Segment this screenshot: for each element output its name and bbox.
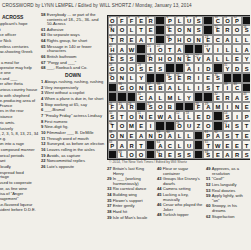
grid-cell[interactable]: 46R [127, 102, 137, 112]
grid-cell[interactable]: 9S [194, 16, 204, 26]
grid-cell[interactable]: L [127, 73, 137, 83]
grid-cell[interactable]: R [127, 140, 137, 150]
clue-text: Hem and ___ [0, 76, 17, 81]
grid-cell[interactable]: 18P [165, 35, 175, 45]
grid-cell[interactable]: 60A [165, 131, 175, 141]
grid-cell[interactable]: E [213, 150, 223, 160]
clue-text: Nine-digit fig. [44, 124, 68, 129]
cell-number: 22 [157, 45, 160, 48]
grid-cell[interactable]: A [136, 131, 146, 141]
grid-cell[interactable]: E [146, 63, 156, 73]
clue-text: Pokes in the rear [0, 108, 24, 113]
clue-text: First numero [44, 119, 67, 124]
grid-cell[interactable]: 61P [203, 131, 213, 141]
cell-number: 33 [166, 74, 169, 77]
grid-cell[interactable]: S [127, 54, 137, 64]
cell-letter: A [225, 152, 229, 158]
grid-cell[interactable]: L [184, 83, 194, 93]
grid-cell[interactable]: 4E [136, 16, 146, 26]
grid-cell[interactable]: 1O [108, 16, 118, 26]
grid-cell[interactable]: S [175, 150, 185, 160]
cell-number: 15 [214, 26, 217, 29]
black-cell [155, 25, 165, 35]
grid-cell[interactable]: O [136, 150, 146, 160]
cell-letter: Y [187, 95, 191, 101]
grid-cell[interactable]: T [136, 140, 146, 150]
cell-number: 6 [166, 16, 168, 19]
clue-text: Very inexpensively [44, 85, 78, 90]
grid-cell[interactable]: M [165, 92, 175, 102]
grid-cell[interactable]: 52L [175, 111, 185, 121]
grid-cell[interactable]: I [194, 63, 204, 73]
grid-cell[interactable]: P [242, 111, 250, 121]
cell-number: 34 [176, 74, 179, 77]
cell-letter: N [139, 85, 143, 91]
grid-cell[interactable]: O [127, 150, 137, 160]
grid-cell[interactable]: 11O [223, 16, 233, 26]
clue-item: 29 In ___ (working harmoniously) [107, 177, 154, 186]
cell-letter: L [158, 95, 162, 101]
grid-cell[interactable]: 67B [155, 150, 165, 160]
cell-letter: O [129, 85, 134, 91]
grid-cell[interactable]: S [242, 63, 250, 73]
grid-cell[interactable]: 48F [194, 102, 204, 112]
grid-cell[interactable]: I [194, 83, 204, 93]
grid-cell[interactable]: S [242, 150, 250, 160]
grid-cell[interactable]: L [223, 44, 233, 54]
black-cell [155, 35, 165, 45]
grid-cell[interactable]: 16S [242, 25, 250, 35]
grid-cell[interactable]: L [232, 44, 242, 54]
grid-cell[interactable]: Z [194, 121, 204, 131]
grid-cell[interactable]: 15E [213, 25, 223, 35]
cell-letter: L [178, 85, 182, 91]
cell-number: 16 [243, 26, 246, 29]
across-heading: ACROSS [0, 15, 39, 21]
grid-cell[interactable]: 68S [203, 150, 213, 160]
grid-cell[interactable]: L [175, 92, 185, 102]
second-clues-column: 58 Everybody … or part of the contents o… [41, 13, 105, 171]
cell-letter: O [168, 56, 173, 62]
cell-letter: A [149, 95, 153, 101]
cell-number: 42 [214, 93, 217, 96]
black-cell [213, 121, 223, 131]
grid-cell[interactable]: L [242, 35, 250, 45]
grid-cell[interactable]: S [184, 150, 194, 160]
cell-letter: N [120, 133, 124, 139]
cell-letter: A [225, 37, 229, 43]
grid-cell[interactable]: 32O [108, 73, 118, 83]
grid-cell[interactable]: 62A [213, 131, 223, 141]
grid-cell[interactable]: S [223, 131, 233, 141]
down-clues-column-4: 49 Approves, as a resolution51 "Cool!"52… [206, 167, 250, 220]
grid-cell[interactable]: A [175, 44, 185, 54]
grid-cell[interactable]: O [117, 25, 127, 35]
grid-cell[interactable]: L [213, 54, 223, 64]
grid-cell[interactable]: 56O [175, 121, 185, 131]
across-clue-list-end: 58 Everybody … or part of the contents o… [41, 13, 105, 71]
cell-letter: M [215, 104, 220, 110]
grid-cell[interactable]: D [203, 63, 213, 73]
grid-cell[interactable]: 29S [136, 63, 146, 73]
cell-number: 17 [109, 36, 112, 39]
clue-text: In ___ (working harmoniously) [113, 176, 141, 186]
grid-cell[interactable]: 45A [117, 102, 127, 112]
clue-text: Britain's last King Henry [113, 166, 144, 176]
grid-cell[interactable]: H [175, 35, 185, 45]
cell-letter: N [187, 27, 191, 33]
grid-cell[interactable]: A [242, 44, 250, 54]
grid-cell[interactable]: 28G [108, 63, 118, 73]
grid-cell[interactable]: 38B [155, 83, 165, 93]
clue-text: Lies languidly [212, 182, 237, 187]
grid-cell[interactable]: A [117, 140, 127, 150]
grid-cell[interactable]: Y [242, 54, 250, 64]
grid-cell[interactable]: T [117, 111, 127, 121]
grid-cell[interactable]: 2F [117, 16, 127, 26]
grid-cell[interactable]: 26E [184, 54, 194, 64]
grid-cell[interactable]: 30A [184, 63, 194, 73]
grid-cell[interactable]: L [175, 83, 185, 93]
grid-cell[interactable]: 10C [213, 16, 223, 26]
grid-cell[interactable]: 51N [136, 111, 146, 121]
grid-cell[interactable]: 24E [108, 54, 118, 64]
grid-cell[interactable]: 23V [203, 44, 213, 54]
grid-cell[interactable]: S [117, 54, 127, 64]
cell-number: 2 [118, 16, 120, 19]
grid-cell[interactable]: A [223, 150, 233, 160]
cell-letter: M [129, 123, 134, 129]
grid-cell[interactable]: A [146, 92, 156, 102]
grid-cell[interactable]: 42E [213, 92, 223, 102]
grid-cell[interactable]: L [127, 25, 137, 35]
grid-cell[interactable]: U [184, 121, 194, 131]
cell-letter: C [216, 37, 220, 43]
grid-cell[interactable]: 8U [184, 16, 194, 26]
cell-letter: E [139, 123, 143, 129]
cell-number: 53 [186, 112, 189, 115]
cell-letter: A [235, 95, 239, 101]
cell-letter: S [158, 66, 162, 72]
cell-letter: O [120, 27, 125, 33]
grid-cell[interactable]: S [194, 25, 204, 35]
grid-cell[interactable]: 37E [146, 83, 156, 93]
grid-cell[interactable]: E [146, 111, 156, 121]
clue-text: Lacking a key, musically [163, 192, 189, 202]
grid-cell[interactable]: 63P [108, 140, 118, 150]
grid-cell[interactable]: O [203, 121, 213, 131]
grid-cell[interactable]: D [203, 111, 213, 121]
grid-cell[interactable]: R [223, 92, 233, 102]
grid-cell[interactable]: O [165, 54, 175, 64]
black-cell [117, 92, 127, 102]
grid-cell[interactable]: 7L [175, 16, 185, 26]
grid-cell[interactable]: W [213, 140, 223, 150]
clue-item: 15 Arrow-shooting Greek god [0, 50, 39, 59]
grid-cell[interactable]: R [232, 150, 242, 160]
cell-number: 27 [195, 55, 198, 58]
grid-cell[interactable]: S [232, 121, 242, 131]
grid-cell[interactable]: M [213, 102, 223, 112]
black-cell [203, 25, 213, 35]
grid-cell[interactable]: B [165, 102, 175, 112]
grid-cell[interactable]: 65T [203, 140, 213, 150]
clue-text: Asset [0, 27, 1, 32]
cell-number: 12 [234, 16, 237, 19]
grid-cell[interactable]: A [165, 83, 175, 93]
grid-cell[interactable]: I [213, 44, 223, 54]
grid-cell[interactable]: O [117, 121, 127, 131]
grid-cell[interactable]: N [117, 73, 127, 83]
grid-cell[interactable]: S [155, 63, 165, 73]
grid-cell[interactable]: E [136, 121, 146, 131]
grid-cell[interactable]: 43S [242, 92, 250, 102]
grid-cell[interactable]: T [232, 131, 242, 141]
grid-cell[interactable]: Y [136, 73, 146, 83]
grid-cell[interactable]: 33S [165, 73, 175, 83]
grid-cell[interactable]: N [232, 102, 242, 112]
cell-letter: N [197, 37, 201, 43]
grid-cell[interactable]: N [194, 35, 204, 45]
grid-cell[interactable]: E [242, 102, 250, 112]
grid-cell[interactable]: N [175, 54, 185, 64]
grid-cell[interactable]: L [184, 131, 194, 141]
black-cell [136, 44, 146, 54]
grid-cell[interactable]: 58O [108, 131, 118, 141]
grid-cell[interactable]: E [242, 131, 250, 141]
grid-cell[interactable]: E [127, 131, 137, 141]
grid-cell[interactable]: O [127, 63, 137, 73]
grid-cell[interactable]: Y [184, 92, 194, 102]
grid-cell[interactable]: E [223, 140, 233, 150]
grid-cell[interactable]: 19E [203, 35, 213, 45]
grid-cell[interactable]: 55T [108, 121, 118, 131]
cell-number: 29 [138, 64, 141, 67]
grid-cell[interactable]: E [165, 150, 175, 160]
grid-cell[interactable]: T [242, 140, 250, 150]
cell-letter: E [149, 114, 153, 120]
grid-cell[interactable]: 17T [108, 35, 118, 45]
black-cell [194, 140, 204, 150]
grid-cell[interactable]: T [242, 121, 250, 131]
grid-cell[interactable]: 36G [117, 83, 127, 93]
cell-number: 47 [147, 103, 150, 106]
grid-cell[interactable]: 3F [127, 16, 137, 26]
grid-cell[interactable]: R [117, 35, 127, 45]
cell-letter: L [235, 47, 239, 53]
cell-number: 66 [118, 151, 121, 154]
cell-letter: Y [139, 75, 143, 81]
grid-cell[interactable]: E [146, 25, 156, 35]
grid-cell[interactable]: R [223, 25, 233, 35]
grid-cell[interactable]: I [232, 111, 242, 121]
cell-letter: O [158, 104, 163, 110]
grid-cell[interactable]: L [155, 92, 165, 102]
grid-cell[interactable]: 27V [194, 54, 204, 64]
cell-letter: W [129, 47, 134, 53]
grid-cell[interactable]: E [127, 35, 137, 45]
grid-cell[interactable]: U [184, 140, 194, 150]
grid-cell[interactable]: 25R [146, 54, 156, 64]
cell-letter: L [226, 56, 230, 62]
grid-cell[interactable]: R [184, 73, 194, 83]
cell-letter: C [168, 143, 172, 149]
clue-text: Stop working at 65, say [44, 102, 87, 107]
cell-letter: O [129, 152, 134, 158]
clue-text: Marisa of "Anger Management" [0, 191, 23, 201]
clue-text: Went without a copilot [44, 90, 84, 95]
clue-text: An operator may help place one [0, 65, 32, 75]
grid-cell[interactable]: A [165, 111, 175, 121]
clue-item: 68 ___, Roebuck and Co. [41, 66, 105, 71]
grid-cell[interactable]: O [127, 83, 137, 93]
grid-cell[interactable]: E [203, 73, 213, 83]
grid-cell[interactable]: I [223, 102, 233, 112]
grid-cell[interactable]: O [117, 63, 127, 73]
clue-item: 18 An operator may help place one [0, 66, 39, 75]
grid-cell[interactable]: O [155, 102, 165, 112]
grid-cell[interactable]: 49A [203, 102, 213, 112]
cell-letter: L [235, 37, 239, 43]
cell-letter: S [130, 56, 134, 62]
cell-letter: A [139, 133, 143, 139]
grid-cell[interactable]: 47S [146, 102, 156, 112]
grid-cell[interactable]: 39I [223, 83, 233, 93]
grid-cell[interactable]: I [146, 121, 156, 131]
grid-cell[interactable]: C [165, 140, 175, 150]
cell-letter: A [206, 56, 210, 62]
black-cell [242, 83, 250, 93]
grid-cell[interactable]: T [136, 25, 146, 35]
grid-cell[interactable]: L [175, 140, 185, 150]
grid-cell[interactable]: 44F [108, 102, 118, 112]
black-cell [146, 140, 156, 150]
grid-cell[interactable]: E [232, 54, 242, 64]
grid-cell[interactable]: 31Y [223, 63, 233, 73]
grid-cell[interactable]: N [136, 83, 146, 93]
clue-text: ___-Bismol [44, 107, 64, 112]
cell-letter: Y [245, 56, 249, 62]
grid-cell[interactable]: 54S [223, 111, 233, 121]
cell-letter: O [129, 66, 134, 72]
cell-letter: O [120, 123, 125, 129]
grid-cell[interactable]: A [223, 35, 233, 45]
cell-letter: R [225, 95, 229, 101]
grid-cell[interactable]: A [203, 54, 213, 64]
grid-cell[interactable]: E [232, 140, 242, 150]
cell-letter: L [178, 95, 182, 101]
grid-cell[interactable]: 57H [223, 121, 233, 131]
cell-number: 39 [224, 83, 227, 86]
grid-cell[interactable]: 34E [175, 73, 185, 83]
clue-text: Turkish topper [163, 212, 189, 217]
grid-cell[interactable]: 5R [146, 16, 156, 26]
grid-cell[interactable]: 59D [155, 131, 165, 141]
grid-cell[interactable]: T [165, 44, 175, 54]
cell-letter: E [245, 133, 249, 139]
grid-cell[interactable]: T [146, 35, 156, 45]
cell-letter: L [130, 75, 134, 81]
grid-cell[interactable]: 35S [213, 73, 223, 83]
grid-cell[interactable]: L [223, 54, 233, 64]
cell-letter: T [235, 133, 239, 139]
clue-text: Approves, as a resolution [212, 166, 239, 176]
grid-cell[interactable]: W [155, 111, 165, 121]
clue-text: Exclusively [0, 126, 13, 131]
grid-cell[interactable]: 64A [155, 140, 165, 150]
grid-cell[interactable]: O [175, 25, 185, 35]
grid-cell[interactable]: 50S [108, 111, 118, 121]
grid-cell[interactable]: W [127, 44, 137, 54]
grid-cell[interactable]: O [232, 25, 242, 35]
down-clues-column-2: 27 Britain's last King Henry29 In ___ (w… [107, 167, 154, 222]
grid-cell[interactable]: S [203, 83, 213, 93]
cell-number: 58 [109, 131, 112, 134]
grid-cell[interactable]: E [194, 111, 204, 121]
grid-cell[interactable]: 20H [108, 44, 118, 54]
grid-cell[interactable]: I [194, 73, 204, 83]
cell-letter: E [206, 75, 210, 81]
grid-cell[interactable]: 21I [146, 44, 156, 54]
grid-cell[interactable]: A [136, 35, 146, 45]
cell-letter: T [245, 123, 249, 129]
crossword-grid: 1O2F3F4E5R6P7L8U9S10C11O12P13NOLTE14EONS… [107, 15, 251, 161]
clue-item: 43 Groups like Disney's dwarfs [157, 177, 203, 186]
grid-cell[interactable]: 12P [232, 16, 242, 26]
down-heading: DOWN [41, 73, 105, 79]
grid-cell[interactable]: A [117, 44, 127, 54]
grid-cell[interactable]: 6P [165, 16, 175, 26]
cell-number: 23 [205, 45, 208, 48]
grid-cell[interactable]: 66L [117, 150, 127, 160]
grid-cell[interactable]: 40C [232, 83, 242, 93]
grid-cell[interactable]: L [232, 35, 242, 45]
cell-number: 48 [195, 103, 198, 106]
grid-cell[interactable]: 41C [136, 92, 146, 102]
grid-cell[interactable]: O [184, 35, 194, 45]
grid-cell[interactable]: M [127, 121, 137, 131]
grid-cell[interactable]: A [232, 92, 242, 102]
cell-number: 63 [109, 141, 112, 144]
cell-letter: A [245, 47, 249, 53]
grid-cell[interactable]: 22O [155, 44, 165, 54]
grid-cell[interactable]: O [127, 111, 137, 121]
cell-number: 11 [224, 16, 227, 19]
grid-cell[interactable]: L [175, 131, 185, 141]
cell-letter: T [139, 27, 143, 33]
grid-cell[interactable]: N [184, 25, 194, 35]
cell-letter: I [217, 47, 219, 53]
grid-cell[interactable]: T [213, 83, 223, 93]
grid-cell[interactable]: H [155, 54, 165, 64]
grid-cell[interactable]: 13N [108, 25, 118, 35]
grid-cell[interactable]: N [146, 131, 156, 141]
grid-cell[interactable]: N [117, 131, 127, 141]
cell-number: 13 [109, 26, 112, 29]
grid-cell[interactable]: 53L [184, 111, 194, 121]
cell-number: 32 [109, 74, 112, 77]
cell-letter: T [120, 114, 124, 120]
cell-number: 8 [186, 16, 188, 19]
cell-number: 59 [157, 131, 160, 134]
grid-cell[interactable]: D [232, 63, 242, 73]
cell-letter: P [168, 18, 172, 24]
cell-number: 62 [214, 131, 217, 134]
grid-cell[interactable]: C [213, 35, 223, 45]
grid-cell[interactable]: 14E [165, 25, 175, 35]
cell-letter: E [168, 152, 172, 158]
black-cell [155, 121, 165, 131]
